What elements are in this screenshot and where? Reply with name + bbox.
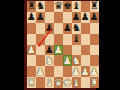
piece-white-king[interactable]: ♚ [63,77,72,87]
piece-white-pawn[interactable]: ♟ [90,66,99,76]
square-e5[interactable] [63,34,72,45]
piece-black-pawn[interactable]: ♟ [72,12,81,22]
piece-black-rook[interactable]: ♜ [27,1,36,11]
square-b1[interactable] [36,77,45,88]
piece-black-knight[interactable]: ♞ [72,23,81,33]
square-d3[interactable] [54,55,63,66]
square-b4[interactable] [36,45,45,56]
square-a7[interactable]: ♟ [27,12,36,23]
piece-white-knight[interactable]: ♞ [72,55,81,65]
piece-black-bishop[interactable]: ♝ [72,34,81,44]
piece-white-pawn[interactable]: ♟ [81,66,90,76]
square-f5[interactable]: ♝ [72,34,81,45]
piece-white-rook[interactable]: ♜ [27,77,36,87]
square-e6[interactable]: ♟ [63,23,72,34]
square-d6[interactable] [54,23,63,34]
piece-white-queen[interactable]: ♛ [54,77,63,87]
square-d1[interactable]: ♛ [54,77,63,88]
square-d4[interactable]: ♟ [54,45,63,56]
piece-white-pawn[interactable]: ♟ [27,44,36,54]
piece-black-pawn[interactable]: ♟ [90,12,99,22]
piece-black-pawn[interactable]: ♟ [45,23,54,33]
square-h5[interactable] [90,34,99,45]
chess-board: ♜♞♛♚♝♜♟♟♟♟♟♟♟♞♝♟♟♟♞♟♞♟♟♟♟♜♝♛♚♝♜ [27,1,93,88]
square-d7[interactable] [54,12,63,23]
piece-white-bishop[interactable]: ♝ [72,77,81,87]
square-c6[interactable]: ♟ [45,23,54,34]
square-f1[interactable]: ♝ [72,77,81,88]
square-g6[interactable] [81,23,90,34]
piece-black-bishop[interactable]: ♝ [72,1,81,11]
square-b7[interactable]: ♟ [36,12,45,23]
square-h6[interactable] [90,23,99,34]
square-g7[interactable]: ♟ [81,12,90,23]
chess-board-frame: ♜♞♛♚♝♜♟♟♟♟♟♟♟♞♝♟♟♟♞♟♞♟♟♟♟♜♝♛♚♝♜ [24,0,96,90]
piece-white-rook[interactable]: ♜ [90,77,99,87]
piece-white-bishop[interactable]: ♝ [45,77,54,87]
square-h1[interactable]: ♜ [90,77,99,88]
square-h4[interactable] [90,45,99,56]
piece-white-pawn[interactable]: ♟ [63,55,72,65]
square-g1[interactable] [81,77,90,88]
piece-white-pawn[interactable]: ♟ [36,66,45,76]
square-b6[interactable] [36,23,45,34]
square-c8[interactable] [45,1,54,12]
piece-black-pawn[interactable]: ♟ [45,44,54,54]
square-a6[interactable] [27,23,36,34]
square-b5[interactable] [36,34,45,45]
square-g2[interactable]: ♟ [81,66,90,77]
square-e1[interactable]: ♚ [63,77,72,88]
piece-white-knight[interactable]: ♞ [45,55,54,65]
square-g4[interactable] [81,45,90,56]
square-a3[interactable] [27,55,36,66]
piece-black-pawn[interactable]: ♟ [63,23,72,33]
square-a1[interactable]: ♜ [27,77,36,88]
piece-white-pawn[interactable]: ♟ [54,44,63,54]
piece-black-knight[interactable]: ♞ [36,1,45,11]
square-g5[interactable] [81,34,90,45]
video-frame-background: { "game": "chess", "position": { "fen": … [0,0,120,90]
square-c1[interactable]: ♝ [45,77,54,88]
piece-black-pawn[interactable]: ♟ [36,12,45,22]
square-a4[interactable]: ♟ [27,45,36,56]
square-b2[interactable]: ♟ [36,66,45,77]
piece-black-rook[interactable]: ♜ [90,1,99,11]
piece-black-queen[interactable]: ♛ [54,1,63,11]
piece-black-pawn[interactable]: ♟ [81,12,90,22]
piece-black-king[interactable]: ♚ [63,1,72,11]
square-h7[interactable]: ♟ [90,12,99,23]
square-c3[interactable]: ♞ [45,55,54,66]
piece-black-pawn[interactable]: ♟ [27,12,36,22]
piece-white-pawn[interactable]: ♟ [72,66,81,76]
square-e3[interactable]: ♟ [63,55,72,66]
square-d8[interactable]: ♛ [54,1,63,12]
square-e8[interactable]: ♚ [63,1,72,12]
